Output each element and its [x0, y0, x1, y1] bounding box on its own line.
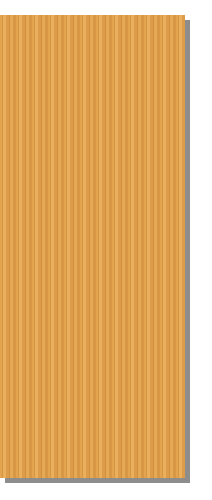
goban[interactable]: [0, 15, 185, 478]
go-diagram: [0, 0, 212, 500]
